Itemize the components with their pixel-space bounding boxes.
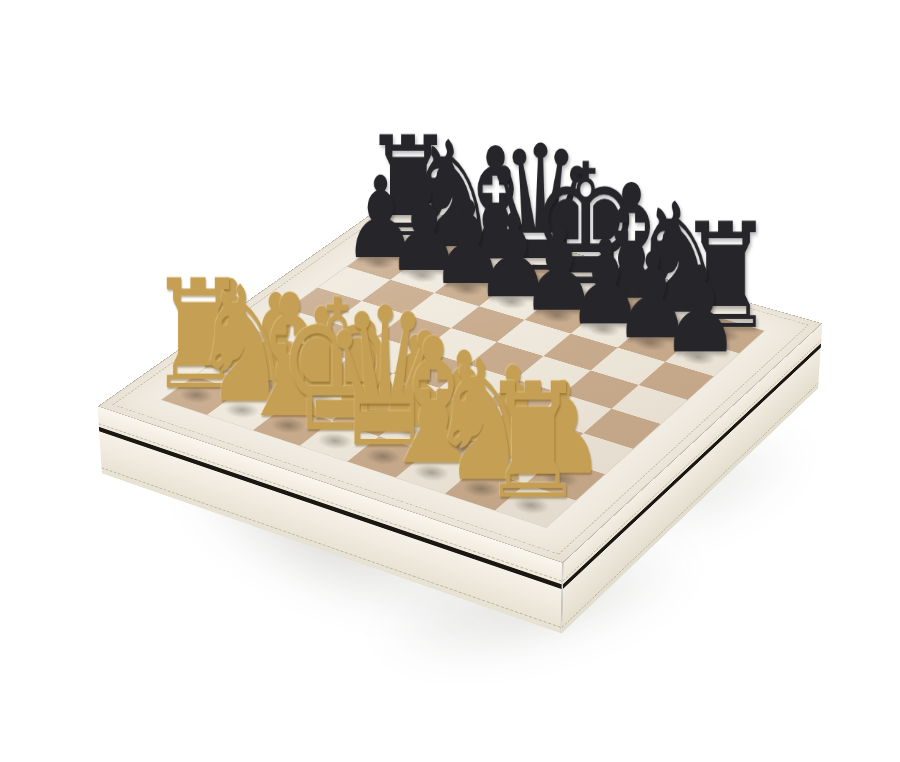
- chess-box: ♜♞♝♛♚♝♞♜♟♟♟♟♟♟♟♟♟♟♟♟♟♟♟♟♜♞♝♚♛♝♞♜: [102, 262, 818, 633]
- piece-gold-rook-h1: ♜: [480, 361, 586, 520]
- product-photo-scene: ♜♞♝♛♚♝♞♜♟♟♟♟♟♟♟♟♟♟♟♟♟♟♟♟♜♞♝♚♛♝♞♜: [0, 0, 900, 762]
- piece-black-pawn-h7: ♟: [661, 250, 740, 369]
